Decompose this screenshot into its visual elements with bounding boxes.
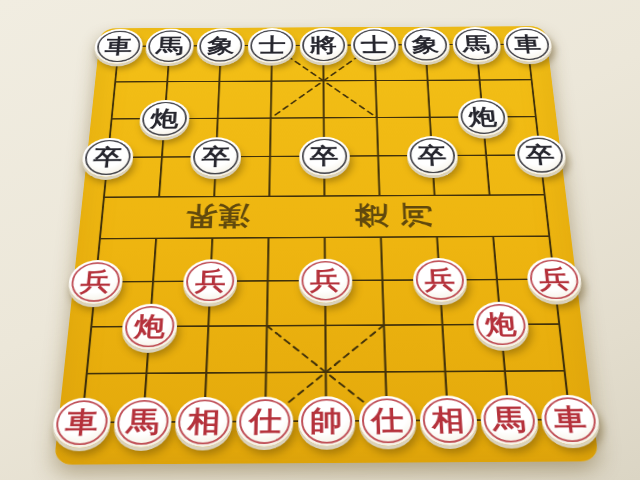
piece-glyph: 炮 — [468, 106, 498, 128]
piece-glyph: 馬 — [492, 405, 527, 434]
photo-scene: 漢界 楚河 車馬象士將士象馬車炮炮卒卒卒卒卒兵兵兵兵兵炮炮車馬相仕帥仕相馬車 — [0, 0, 640, 480]
piece-black-advisor[interactable]: 士 — [350, 28, 399, 63]
river-text-han-jie: 漢界 — [172, 199, 263, 232]
piece-red-advisor[interactable]: 仕 — [358, 396, 417, 446]
piece-glyph: 馬 — [462, 34, 491, 54]
piece-black-soldier[interactable]: 卒 — [299, 137, 350, 176]
piece-glyph: 車 — [552, 404, 588, 433]
piece-glyph: 車 — [513, 34, 542, 54]
piece-glyph: 卒 — [525, 143, 556, 165]
piece-red-general[interactable]: 帥 — [298, 396, 356, 446]
river-char: 河 — [394, 202, 439, 228]
piece-glyph: 帥 — [310, 406, 343, 435]
piece-glyph: 卒 — [310, 144, 339, 166]
piece-glyph: 卒 — [201, 145, 231, 167]
river-text-chu-he: 楚河 — [349, 198, 440, 231]
piece-glyph: 炮 — [484, 311, 517, 337]
piece-glyph: 車 — [104, 36, 133, 56]
piece-glyph: 兵 — [310, 267, 341, 292]
xiangqi-board: 漢界 楚河 車馬象士將士象馬車炮炮卒卒卒卒卒兵兵兵兵兵炮炮車馬相仕帥仕相馬車 — [54, 26, 599, 465]
piece-glyph: 馬 — [156, 35, 185, 55]
piece-red-soldier[interactable]: 兵 — [298, 259, 352, 303]
piece-glyph: 士 — [360, 34, 388, 54]
river-char: 楚 — [349, 202, 394, 228]
piece-glyph: 炮 — [150, 107, 180, 129]
piece-glyph: 炮 — [133, 313, 166, 339]
piece-glyph: 車 — [64, 407, 99, 436]
piece-glyph: 兵 — [424, 267, 456, 292]
piece-glyph: 卒 — [417, 144, 447, 166]
piece-glyph: 象 — [207, 35, 235, 55]
piece-glyph: 兵 — [538, 266, 571, 291]
piece-glyph: 卒 — [92, 145, 123, 167]
piece-glyph: 馬 — [126, 407, 160, 436]
piece-glyph: 兵 — [79, 269, 112, 294]
piece-black-general[interactable]: 將 — [299, 28, 347, 63]
piece-glyph: 兵 — [195, 268, 227, 293]
piece-glyph: 象 — [411, 34, 439, 54]
piece-glyph: 相 — [431, 405, 465, 434]
piece-glyph: 將 — [310, 35, 337, 55]
piece-glyph: 仕 — [371, 406, 404, 435]
piece-glyph: 相 — [187, 407, 221, 436]
piece-glyph: 仕 — [249, 406, 282, 435]
piece-glyph: 士 — [258, 35, 286, 55]
